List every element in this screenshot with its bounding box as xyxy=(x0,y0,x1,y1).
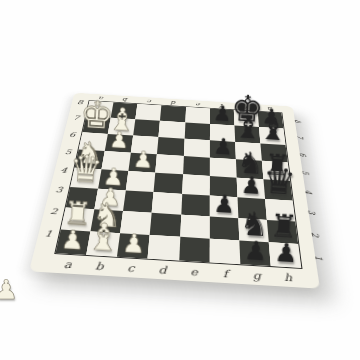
square-d6[interactable] xyxy=(157,137,184,156)
piece-white-pawn-c1[interactable]: ♟ xyxy=(121,230,146,257)
piece-black-pawn-g1[interactable]: ♟ xyxy=(244,238,269,265)
piece-white-pawn-c5[interactable]: ♟ xyxy=(132,148,154,172)
square-d1[interactable] xyxy=(148,235,180,261)
square-f1[interactable] xyxy=(209,239,240,265)
product-photo-scene: abcdefgh abcdefgh 87654321 87654321 ♚♝♟♞… xyxy=(0,0,360,360)
square-c3[interactable] xyxy=(123,190,154,212)
square-d8[interactable] xyxy=(160,105,185,122)
square-e7[interactable] xyxy=(184,122,209,140)
piece-black-pawn-f3[interactable]: ♟ xyxy=(213,192,236,218)
file-label-f: f xyxy=(210,267,242,279)
file-label-h: h xyxy=(272,271,304,283)
piece-black-bishop-h7[interactable]: ♝ xyxy=(259,112,288,144)
square-d7[interactable] xyxy=(159,121,185,139)
square-d3[interactable] xyxy=(152,192,182,214)
piece-white-bishop-b1[interactable]: ♝ xyxy=(85,217,121,256)
square-c8[interactable] xyxy=(136,104,162,121)
file-label-b: b xyxy=(83,260,116,272)
rank-label-4: 4 xyxy=(57,167,68,187)
rank-label-2: 2 xyxy=(46,207,58,230)
file-label-a: a xyxy=(51,258,85,270)
file-label-e: e xyxy=(178,266,210,278)
piece-white-queen-a4[interactable]: ♛ xyxy=(68,150,103,189)
square-e5[interactable] xyxy=(183,156,210,176)
chessboard: ♚♝♟♞♟♛♟♟♜♞♟♝♟♟♚♟♝♝♟♞♜♟♛♟♞♜♟♟ xyxy=(54,100,302,269)
square-d5[interactable] xyxy=(156,154,184,174)
file-label-c: c xyxy=(115,262,148,274)
square-c4[interactable] xyxy=(126,171,156,192)
square-f5[interactable] xyxy=(210,158,237,178)
square-d4[interactable] xyxy=(154,173,183,194)
piece-white-pawn-a1[interactable]: ♟ xyxy=(60,226,85,253)
square-e2[interactable] xyxy=(180,215,210,239)
square-c7[interactable] xyxy=(133,119,160,137)
piece-black-queen-h4[interactable]: ♛ xyxy=(262,162,297,201)
piece-black-pawn-g4[interactable]: ♟ xyxy=(240,173,262,198)
file-label-d: d xyxy=(146,264,178,276)
square-e3[interactable] xyxy=(181,194,210,217)
piece-white-pawn-b6[interactable]: ♟ xyxy=(108,129,129,152)
square-f2[interactable] xyxy=(209,216,239,240)
chessboard-3d-wrapper: abcdefgh abcdefgh 87654321 87654321 ♚♝♟♞… xyxy=(29,93,320,289)
vinyl-mat: abcdefgh abcdefgh 87654321 87654321 ♚♝♟♞… xyxy=(29,93,320,289)
offboard-white-pawn[interactable]: ♟ xyxy=(0,276,18,303)
rank-label-3: 3 xyxy=(52,186,64,207)
square-e6[interactable] xyxy=(183,139,209,158)
piece-black-pawn-h1[interactable]: ♟ xyxy=(274,239,299,266)
rank-label-1: 1 xyxy=(40,229,53,253)
square-e1[interactable] xyxy=(179,237,210,263)
file-label-g: g xyxy=(241,269,273,281)
piece-black-pawn-f6[interactable]: ♟ xyxy=(213,135,234,158)
square-d2[interactable] xyxy=(150,213,181,237)
square-e8[interactable] xyxy=(185,107,210,124)
square-e4[interactable] xyxy=(182,174,210,195)
